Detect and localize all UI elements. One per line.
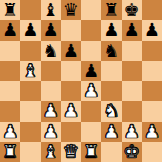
- square-f1[interactable]: [101, 142, 121, 162]
- square-c5[interactable]: [41, 61, 61, 81]
- square-f6[interactable]: ♞: [101, 41, 121, 61]
- white-pawn[interactable]: ♟: [144, 122, 160, 140]
- black-pawn[interactable]: ♟: [144, 21, 160, 39]
- square-d2[interactable]: [61, 122, 81, 142]
- square-a7[interactable]: ♟: [0, 20, 20, 40]
- square-b7[interactable]: ♟: [20, 20, 40, 40]
- chess-board: ♜♝♛♜♚♟♟♟♟♟♟♞♟♞♝♟♟♟♟♞♟♟♟♟♟♜♝♛♜♚: [0, 0, 162, 162]
- square-a1[interactable]: ♜: [0, 142, 20, 162]
- square-g3[interactable]: [122, 101, 142, 121]
- square-a4[interactable]: [0, 81, 20, 101]
- square-d7[interactable]: [61, 20, 81, 40]
- square-a2[interactable]: ♟: [0, 122, 20, 142]
- square-e6[interactable]: [81, 41, 101, 61]
- square-a8[interactable]: ♜: [0, 0, 20, 20]
- square-d8[interactable]: ♛: [61, 0, 81, 20]
- square-h5[interactable]: [142, 61, 162, 81]
- black-rook[interactable]: ♜: [103, 1, 119, 19]
- square-g5[interactable]: [122, 61, 142, 81]
- white-pawn[interactable]: ♟: [124, 122, 140, 140]
- square-d1[interactable]: ♛: [61, 142, 81, 162]
- white-knight[interactable]: ♞: [103, 102, 119, 120]
- square-e8[interactable]: [81, 0, 101, 20]
- square-f2[interactable]: ♟: [101, 122, 121, 142]
- square-e4[interactable]: ♟: [81, 81, 101, 101]
- white-pawn[interactable]: ♟: [63, 102, 79, 120]
- square-a5[interactable]: [0, 61, 20, 81]
- square-c8[interactable]: ♝: [41, 0, 61, 20]
- square-b8[interactable]: [20, 0, 40, 20]
- square-b3[interactable]: [20, 101, 40, 121]
- square-c4[interactable]: [41, 81, 61, 101]
- square-b4[interactable]: [20, 81, 40, 101]
- square-c7[interactable]: ♟: [41, 20, 61, 40]
- white-pawn[interactable]: ♟: [2, 122, 18, 140]
- square-f8[interactable]: ♜: [101, 0, 121, 20]
- white-pawn[interactable]: ♟: [103, 122, 119, 140]
- square-h7[interactable]: ♟: [142, 20, 162, 40]
- black-king[interactable]: ♚: [124, 1, 140, 19]
- square-d5[interactable]: [61, 61, 81, 81]
- black-pawn[interactable]: ♟: [63, 41, 79, 59]
- square-e7[interactable]: [81, 20, 101, 40]
- square-f7[interactable]: ♟: [101, 20, 121, 40]
- square-b6[interactable]: [20, 41, 40, 61]
- square-g7[interactable]: ♟: [122, 20, 142, 40]
- square-c3[interactable]: ♟: [41, 101, 61, 121]
- square-g2[interactable]: ♟: [122, 122, 142, 142]
- black-rook[interactable]: ♜: [2, 1, 18, 19]
- square-h2[interactable]: ♟: [142, 122, 162, 142]
- square-h8[interactable]: [142, 0, 162, 20]
- square-g8[interactable]: ♚: [122, 0, 142, 20]
- black-knight[interactable]: ♞: [43, 41, 59, 59]
- white-pawn[interactable]: ♟: [43, 102, 59, 120]
- black-pawn[interactable]: ♟: [43, 21, 59, 39]
- square-e3[interactable]: [81, 101, 101, 121]
- white-king[interactable]: ♚: [124, 142, 140, 160]
- square-e2[interactable]: [81, 122, 101, 142]
- white-bishop[interactable]: ♝: [22, 61, 38, 79]
- square-a6[interactable]: [0, 41, 20, 61]
- square-d3[interactable]: ♟: [61, 101, 81, 121]
- square-d4[interactable]: [61, 81, 81, 101]
- black-pawn[interactable]: ♟: [2, 21, 18, 39]
- square-h6[interactable]: [142, 41, 162, 61]
- white-pawn[interactable]: ♟: [43, 122, 59, 140]
- square-g4[interactable]: [122, 81, 142, 101]
- black-pawn[interactable]: ♟: [103, 21, 119, 39]
- white-queen[interactable]: ♛: [63, 142, 79, 160]
- white-bishop[interactable]: ♝: [43, 142, 59, 160]
- square-b1[interactable]: [20, 142, 40, 162]
- square-f5[interactable]: [101, 61, 121, 81]
- square-c6[interactable]: ♞: [41, 41, 61, 61]
- square-e1[interactable]: ♜: [81, 142, 101, 162]
- square-f4[interactable]: [101, 81, 121, 101]
- square-b5[interactable]: ♝: [20, 61, 40, 81]
- square-b2[interactable]: [20, 122, 40, 142]
- square-c2[interactable]: ♟: [41, 122, 61, 142]
- white-rook[interactable]: ♜: [2, 142, 18, 160]
- square-g1[interactable]: ♚: [122, 142, 142, 162]
- square-f3[interactable]: ♞: [101, 101, 121, 121]
- black-knight[interactable]: ♞: [103, 41, 119, 59]
- square-c1[interactable]: ♝: [41, 142, 61, 162]
- square-h3[interactable]: [142, 101, 162, 121]
- square-h4[interactable]: [142, 81, 162, 101]
- square-a3[interactable]: [0, 101, 20, 121]
- white-pawn[interactable]: ♟: [83, 82, 99, 100]
- square-g6[interactable]: [122, 41, 142, 61]
- white-rook[interactable]: ♜: [83, 142, 99, 160]
- square-h1[interactable]: [142, 142, 162, 162]
- square-e5[interactable]: ♟: [81, 61, 101, 81]
- square-d6[interactable]: ♟: [61, 41, 81, 61]
- black-pawn[interactable]: ♟: [124, 21, 140, 39]
- black-bishop[interactable]: ♝: [43, 1, 59, 19]
- black-pawn[interactable]: ♟: [22, 21, 38, 39]
- black-queen[interactable]: ♛: [63, 1, 79, 19]
- black-pawn[interactable]: ♟: [83, 61, 99, 79]
